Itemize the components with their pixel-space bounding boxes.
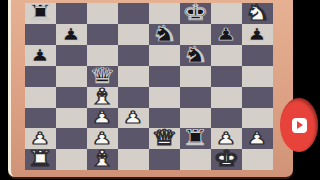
square-e6 <box>149 45 180 66</box>
square-h5 <box>242 66 273 87</box>
white-knight-piece: ♞ <box>244 3 271 25</box>
black-pawn-piece: ♟ <box>216 26 236 43</box>
black-knight-piece: ♞ <box>182 45 209 67</box>
square-e8 <box>149 3 180 24</box>
square-c5: ♛ <box>87 66 118 87</box>
square-a8: ♜ <box>25 3 56 24</box>
white-rook-piece: ♜ <box>27 149 54 171</box>
white-pawn-piece: ♟ <box>92 110 112 127</box>
square-b5 <box>56 66 87 87</box>
square-a2: ♟ <box>25 128 56 149</box>
square-a7 <box>25 24 56 45</box>
square-f1 <box>180 149 211 170</box>
square-g7: ♟ <box>211 24 242 45</box>
black-pawn-piece: ♟ <box>61 26 81 43</box>
chessboard: ♜♚♞♟♞♟♟♟♞♛♝♟♟♟♟♛♜♟♟♜♝♚ <box>25 3 273 170</box>
white-king-piece: ♚ <box>213 149 240 171</box>
square-e2: ♛ <box>149 128 180 149</box>
black-rook-piece: ♜ <box>27 3 54 25</box>
square-b8 <box>56 3 87 24</box>
black-knight-piece: ♞ <box>151 24 178 46</box>
square-e3 <box>149 108 180 128</box>
white-pawn-piece: ♟ <box>247 130 267 147</box>
white-pawn-piece: ♟ <box>123 110 143 127</box>
square-a4 <box>25 87 56 108</box>
play-button-box <box>292 118 307 133</box>
square-h6 <box>242 45 273 66</box>
black-pawn-piece: ♟ <box>247 26 267 43</box>
play-icon <box>297 121 303 129</box>
square-b2 <box>56 128 87 149</box>
square-d3: ♟ <box>118 108 149 128</box>
square-g5 <box>211 66 242 87</box>
white-bishop-piece: ♝ <box>89 87 116 109</box>
board-frame: ♜♚♞♟♞♟♟♟♞♛♝♟♟♟♟♛♜♟♟♜♝♚ <box>8 0 293 177</box>
white-pawn-piece: ♟ <box>216 130 236 147</box>
square-c8 <box>87 3 118 24</box>
square-d2 <box>118 128 149 149</box>
square-h1 <box>242 149 273 170</box>
square-b1 <box>56 149 87 170</box>
video-frame: ♜♚♞♟♞♟♟♟♞♛♝♟♟♟♟♛♜♟♟♜♝♚ <box>0 0 320 180</box>
square-b4 <box>56 87 87 108</box>
square-g6 <box>211 45 242 66</box>
square-b3 <box>56 108 87 128</box>
square-g3 <box>211 108 242 128</box>
square-f3 <box>180 108 211 128</box>
square-f4 <box>180 87 211 108</box>
square-h3 <box>242 108 273 128</box>
square-a6: ♟ <box>25 45 56 66</box>
white-bishop-piece: ♝ <box>89 149 116 171</box>
square-d1 <box>118 149 149 170</box>
play-button[interactable] <box>280 98 318 152</box>
square-f6: ♞ <box>180 45 211 66</box>
square-c7 <box>87 24 118 45</box>
white-queen-piece: ♛ <box>151 128 178 150</box>
square-g2: ♟ <box>211 128 242 149</box>
square-e7: ♞ <box>149 24 180 45</box>
square-f2: ♜ <box>180 128 211 149</box>
square-c4: ♝ <box>87 87 118 108</box>
square-g1: ♚ <box>211 149 242 170</box>
black-queen-piece: ♛ <box>89 66 116 88</box>
black-rook-piece: ♜ <box>182 128 209 150</box>
square-f7 <box>180 24 211 45</box>
square-d4 <box>118 87 149 108</box>
square-h4 <box>242 87 273 108</box>
square-a1: ♜ <box>25 149 56 170</box>
square-d7 <box>118 24 149 45</box>
square-e5 <box>149 66 180 87</box>
square-h8: ♞ <box>242 3 273 24</box>
square-a5 <box>25 66 56 87</box>
square-h2: ♟ <box>242 128 273 149</box>
square-e1 <box>149 149 180 170</box>
white-pawn-piece: ♟ <box>92 130 112 147</box>
white-pawn-piece: ♟ <box>30 130 50 147</box>
square-d8 <box>118 3 149 24</box>
square-g4 <box>211 87 242 108</box>
black-king-piece: ♚ <box>182 3 209 25</box>
square-e4 <box>149 87 180 108</box>
square-b7: ♟ <box>56 24 87 45</box>
black-pawn-piece: ♟ <box>30 47 50 64</box>
square-c3: ♟ <box>87 108 118 128</box>
square-h7: ♟ <box>242 24 273 45</box>
square-c2: ♟ <box>87 128 118 149</box>
square-c6 <box>87 45 118 66</box>
square-c1: ♝ <box>87 149 118 170</box>
square-b6 <box>56 45 87 66</box>
square-f5 <box>180 66 211 87</box>
square-a3 <box>25 108 56 128</box>
square-d5 <box>118 66 149 87</box>
square-g8 <box>211 3 242 24</box>
square-f8: ♚ <box>180 3 211 24</box>
square-d6 <box>118 45 149 66</box>
